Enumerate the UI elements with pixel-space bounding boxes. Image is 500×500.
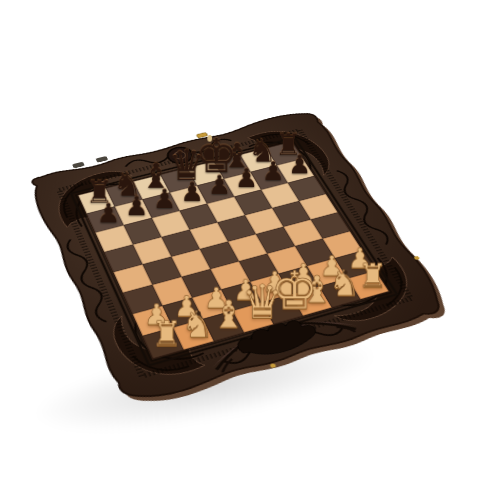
piece-black-pawn[interactable]: ♟ [232, 165, 261, 191]
piece-white-bishop[interactable]: ♝ [211, 295, 243, 333]
piece-white-rook[interactable]: ♜ [151, 317, 183, 352]
piece-black-pawn[interactable]: ♟ [94, 200, 124, 227]
square-f4[interactable] [256, 227, 295, 254]
square-d5[interactable] [190, 222, 228, 249]
studio-photo-scene: ♜♞♝♛♚♝♞♜♟♟♟♟♟♟♟♟♟♟♟♟♟♟♟♟♜♞♝♛♚♝♞♜ [0, 0, 500, 500]
piece-black-pawn[interactable]: ♟ [122, 193, 152, 220]
piece-white-rook[interactable]: ♜ [357, 259, 388, 292]
piece-black-pawn[interactable]: ♟ [150, 186, 179, 212]
piece-black-pawn[interactable]: ♟ [285, 151, 314, 177]
piece-black-pawn[interactable]: ♟ [205, 172, 234, 198]
piece-black-pawn[interactable]: ♟ [177, 179, 206, 205]
piece-white-queen[interactable]: ♛ [241, 279, 273, 326]
piece-white-knight[interactable]: ♞ [181, 306, 213, 343]
piece-black-pawn[interactable]: ♟ [259, 158, 288, 184]
chess-board: ♜♞♝♛♚♝♞♜♟♟♟♟♟♟♟♟♟♟♟♟♟♟♟♟♜♞♝♛♚♝♞♜ [19, 105, 459, 414]
